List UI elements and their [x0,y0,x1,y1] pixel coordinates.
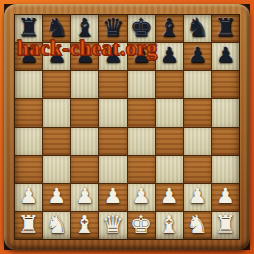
square-b2[interactable]: ♟ [43,184,70,211]
piece-white-pawn[interactable]: ♟ [47,186,66,207]
square-b6[interactable] [43,71,70,98]
piece-black-pawn[interactable]: ♟ [132,45,151,66]
piece-black-pawn[interactable]: ♟ [47,45,66,66]
square-a5[interactable] [15,99,42,126]
square-h8[interactable]: ♜ [212,15,239,42]
square-a8[interactable]: ♜ [15,15,42,42]
square-c5[interactable] [71,99,98,126]
piece-black-pawn[interactable]: ♟ [75,45,94,66]
piece-black-knight[interactable]: ♞ [45,15,67,40]
piece-black-pawn[interactable]: ♟ [19,45,38,66]
square-d3[interactable] [99,156,126,183]
square-d5[interactable] [99,99,126,126]
square-e3[interactable] [128,156,155,183]
square-g7[interactable]: ♟ [184,43,211,70]
square-d1[interactable]: ♛ [99,212,126,239]
square-a4[interactable] [15,128,42,155]
piece-white-king[interactable]: ♚ [130,212,152,237]
square-h2[interactable]: ♟ [212,184,239,211]
square-h6[interactable] [212,71,239,98]
square-e8[interactable]: ♚ [128,15,155,42]
square-b3[interactable] [43,156,70,183]
piece-white-pawn[interactable]: ♟ [19,186,38,207]
piece-black-queen[interactable]: ♛ [102,15,124,40]
piece-black-rook[interactable]: ♜ [214,15,236,40]
chess-board: ♜♞♝♛♚♝♞♜♟♟♟♟♟♟♟♟♟♟♟♟♟♟♟♟♜♞♝♛♚♝♞♜ [14,14,240,240]
square-c8[interactable]: ♝ [71,15,98,42]
square-a2[interactable]: ♟ [15,184,42,211]
piece-black-pawn[interactable]: ♟ [188,45,207,66]
piece-white-bishop[interactable]: ♝ [158,212,180,237]
square-c2[interactable]: ♟ [71,184,98,211]
piece-white-pawn[interactable]: ♟ [160,186,179,207]
square-b1[interactable]: ♞ [43,212,70,239]
square-h3[interactable] [212,156,239,183]
square-d8[interactable]: ♛ [99,15,126,42]
piece-white-queen[interactable]: ♛ [102,212,124,237]
square-g5[interactable] [184,99,211,126]
square-c7[interactable]: ♟ [71,43,98,70]
square-c1[interactable]: ♝ [71,212,98,239]
square-f2[interactable]: ♟ [156,184,183,211]
square-g2[interactable]: ♟ [184,184,211,211]
square-f4[interactable] [156,128,183,155]
square-e5[interactable] [128,99,155,126]
piece-white-knight[interactable]: ♞ [45,212,67,237]
square-e2[interactable]: ♟ [128,184,155,211]
square-g1[interactable]: ♞ [184,212,211,239]
piece-black-pawn[interactable]: ♟ [160,45,179,66]
square-e4[interactable] [128,128,155,155]
piece-black-king[interactable]: ♚ [130,15,152,40]
square-a6[interactable] [15,71,42,98]
square-f8[interactable]: ♝ [156,15,183,42]
square-b5[interactable] [43,99,70,126]
piece-white-rook[interactable]: ♜ [17,212,39,237]
piece-black-bishop[interactable]: ♝ [158,15,180,40]
square-h5[interactable] [212,99,239,126]
piece-white-rook[interactable]: ♜ [214,212,236,237]
square-h1[interactable]: ♜ [212,212,239,239]
square-c4[interactable] [71,128,98,155]
square-a7[interactable]: ♟ [15,43,42,70]
square-b8[interactable]: ♞ [43,15,70,42]
square-d4[interactable] [99,128,126,155]
square-c3[interactable] [71,156,98,183]
piece-white-pawn[interactable]: ♟ [75,186,94,207]
square-h4[interactable] [212,128,239,155]
square-a1[interactable]: ♜ [15,212,42,239]
square-e7[interactable]: ♟ [128,43,155,70]
square-h7[interactable]: ♟ [212,43,239,70]
piece-black-pawn[interactable]: ♟ [216,45,235,66]
square-g6[interactable] [184,71,211,98]
piece-white-pawn[interactable]: ♟ [104,186,123,207]
square-e6[interactable] [128,71,155,98]
square-d2[interactable]: ♟ [99,184,126,211]
square-c6[interactable] [71,71,98,98]
square-d6[interactable] [99,71,126,98]
piece-black-knight[interactable]: ♞ [186,15,208,40]
square-g3[interactable] [184,156,211,183]
piece-white-pawn[interactable]: ♟ [188,186,207,207]
square-f1[interactable]: ♝ [156,212,183,239]
square-g4[interactable] [184,128,211,155]
piece-white-pawn[interactable]: ♟ [216,186,235,207]
square-f5[interactable] [156,99,183,126]
piece-black-pawn[interactable]: ♟ [104,45,123,66]
piece-white-bishop[interactable]: ♝ [74,212,96,237]
square-f3[interactable] [156,156,183,183]
square-a3[interactable] [15,156,42,183]
piece-black-bishop[interactable]: ♝ [74,15,96,40]
piece-white-knight[interactable]: ♞ [186,212,208,237]
square-d7[interactable]: ♟ [99,43,126,70]
piece-black-rook[interactable]: ♜ [17,15,39,40]
piece-white-pawn[interactable]: ♟ [132,186,151,207]
square-b7[interactable]: ♟ [43,43,70,70]
square-f6[interactable] [156,71,183,98]
square-g8[interactable]: ♞ [184,15,211,42]
square-f7[interactable]: ♟ [156,43,183,70]
square-b4[interactable] [43,128,70,155]
square-e1[interactable]: ♚ [128,212,155,239]
